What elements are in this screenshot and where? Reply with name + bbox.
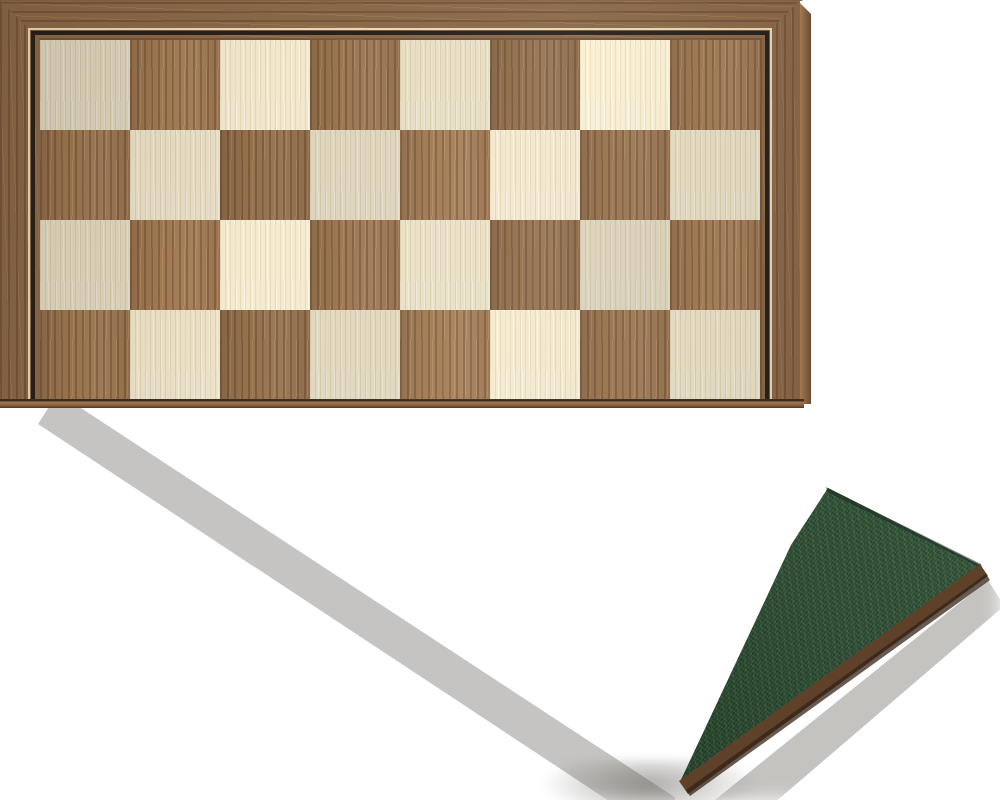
square-dark [490, 220, 580, 310]
upright-board [0, 0, 800, 400]
product-photo [0, 0, 1000, 800]
square-dark [400, 130, 490, 220]
square-light [400, 40, 490, 130]
square-dark [490, 40, 580, 130]
square-dark [400, 310, 490, 400]
square-dark [580, 130, 670, 220]
square-light [580, 40, 670, 130]
square-light [40, 40, 130, 130]
square-light [490, 130, 580, 220]
square-dark [40, 310, 130, 400]
square-light [580, 220, 670, 310]
square-light [310, 310, 400, 400]
square-light [670, 310, 760, 400]
square-dark [130, 40, 220, 130]
square-light [220, 220, 310, 310]
square-light [310, 130, 400, 220]
square-dark [310, 40, 400, 130]
square-light [490, 310, 580, 400]
square-light [130, 310, 220, 400]
board-edge-top-bevel [0, 0, 803, 1]
board-side-right [799, 2, 811, 404]
square-dark [130, 220, 220, 310]
square-light [220, 40, 310, 130]
square-dark [310, 220, 400, 310]
square-dark [220, 130, 310, 220]
square-light [400, 220, 490, 310]
square-light [130, 130, 220, 220]
square-dark [220, 310, 310, 400]
square-dark [670, 220, 760, 310]
square-light [40, 220, 130, 310]
chess-board-grid [40, 40, 760, 400]
square-dark [670, 40, 760, 130]
square-light [670, 130, 760, 220]
square-dark [40, 130, 130, 220]
fold-edge [0, 399, 804, 408]
square-dark [580, 310, 670, 400]
